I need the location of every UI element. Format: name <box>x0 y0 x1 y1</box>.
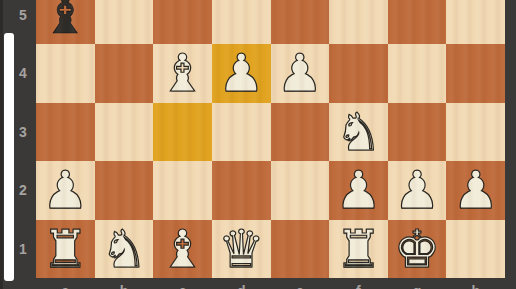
black-bishop[interactable]: ♝ <box>42 0 89 44</box>
file-label-h: h <box>466 283 486 289</box>
square-b4[interactable] <box>95 44 154 103</box>
rank-label-5: 5 <box>12 7 34 23</box>
square-a3[interactable] <box>36 103 95 162</box>
square-f3[interactable]: ♞ <box>329 103 388 162</box>
square-e1[interactable] <box>271 220 330 279</box>
rank-label-3: 3 <box>12 124 34 140</box>
square-g1[interactable]: ♚ <box>388 220 447 279</box>
square-b3[interactable] <box>95 103 154 162</box>
rank-label-2: 2 <box>12 182 34 198</box>
square-e3[interactable] <box>271 103 330 162</box>
square-e2[interactable] <box>271 161 330 220</box>
square-d2[interactable] <box>212 161 271 220</box>
white-rook[interactable]: ♜ <box>335 220 382 279</box>
square-h2[interactable]: ♟ <box>446 161 505 220</box>
square-c2[interactable] <box>153 161 212 220</box>
square-g5[interactable] <box>388 0 447 44</box>
chess-board: ♝♝♟♟♞♟♟♟♟♜♞♝♛♜♚ <box>36 0 505 278</box>
chess-app-window: ♝♝♟♟♞♟♟♟♟♜♞♝♛♜♚ 54321 abcdefgh <box>0 0 516 289</box>
square-c5[interactable] <box>153 0 212 44</box>
white-rook[interactable]: ♜ <box>42 220 89 279</box>
white-pawn[interactable]: ♟ <box>218 44 265 103</box>
square-h5[interactable] <box>446 0 505 44</box>
square-e5[interactable] <box>271 0 330 44</box>
left-edge-divider <box>0 0 3 289</box>
square-h3[interactable] <box>446 103 505 162</box>
white-knight[interactable]: ♞ <box>335 103 382 162</box>
square-b1[interactable]: ♞ <box>95 220 154 279</box>
square-g3[interactable] <box>388 103 447 162</box>
square-d5[interactable] <box>212 0 271 44</box>
white-bishop[interactable]: ♝ <box>159 44 206 103</box>
square-f1[interactable]: ♜ <box>329 220 388 279</box>
file-label-a: a <box>55 283 75 289</box>
white-pawn[interactable]: ♟ <box>335 161 382 220</box>
square-g2[interactable]: ♟ <box>388 161 447 220</box>
white-knight[interactable]: ♞ <box>101 220 148 279</box>
square-d3[interactable] <box>212 103 271 162</box>
file-label-b: b <box>114 283 134 289</box>
square-b2[interactable] <box>95 161 154 220</box>
rank-label-4: 4 <box>12 65 34 81</box>
square-a4[interactable] <box>36 44 95 103</box>
square-c1[interactable]: ♝ <box>153 220 212 279</box>
file-label-f: f <box>348 283 368 289</box>
square-a2[interactable]: ♟ <box>36 161 95 220</box>
square-f2[interactable]: ♟ <box>329 161 388 220</box>
file-label-d: d <box>231 283 251 289</box>
square-f4[interactable] <box>329 44 388 103</box>
white-pawn[interactable]: ♟ <box>452 161 499 220</box>
square-f5[interactable] <box>329 0 388 44</box>
white-queen[interactable]: ♛ <box>218 220 265 279</box>
square-c4[interactable]: ♝ <box>153 44 212 103</box>
rank-label-1: 1 <box>12 241 34 257</box>
file-label-e: e <box>290 283 310 289</box>
white-bishop[interactable]: ♝ <box>159 220 206 279</box>
square-d1[interactable]: ♛ <box>212 220 271 279</box>
file-label-g: g <box>407 283 427 289</box>
square-a5[interactable]: ♝ <box>36 0 95 44</box>
file-label-c: c <box>173 283 193 289</box>
white-king[interactable]: ♚ <box>394 220 441 279</box>
square-e4[interactable]: ♟ <box>271 44 330 103</box>
square-g4[interactable] <box>388 44 447 103</box>
square-c3[interactable] <box>153 103 212 162</box>
square-h1[interactable] <box>446 220 505 279</box>
white-pawn[interactable]: ♟ <box>277 44 324 103</box>
square-a1[interactable]: ♜ <box>36 220 95 279</box>
square-d4[interactable]: ♟ <box>212 44 271 103</box>
white-pawn[interactable]: ♟ <box>394 161 441 220</box>
square-h4[interactable] <box>446 44 505 103</box>
square-b5[interactable] <box>95 0 154 44</box>
white-pawn[interactable]: ♟ <box>42 161 89 220</box>
board-bottom-frame <box>0 278 516 289</box>
